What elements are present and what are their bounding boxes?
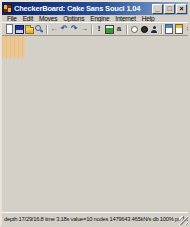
window-controls: _□× bbox=[152, 4, 187, 14]
new-game-button[interactable] bbox=[4, 24, 14, 34]
board bbox=[2, 36, 188, 212]
redo-arrow-icon: ↷ bbox=[71, 24, 78, 34]
toolbar-separator bbox=[126, 25, 127, 34]
take-back-button[interactable]: ↶ bbox=[59, 24, 69, 34]
exclamation-icon: ! bbox=[98, 24, 101, 34]
engine-status-text: depth 17/29/16.8 time 3.18s value=10 nod… bbox=[2, 216, 188, 222]
app-icon[interactable] bbox=[3, 4, 12, 13]
go-to-end-button[interactable]: → bbox=[79, 24, 89, 34]
two-player-button[interactable] bbox=[149, 24, 159, 34]
menu-edit[interactable]: Edit bbox=[20, 15, 36, 22]
toolbar-separator bbox=[46, 25, 47, 34]
play-button[interactable]: ! bbox=[94, 24, 104, 34]
status-bar: depth 17/29/16.8 time 3.18s value=10 nod… bbox=[2, 212, 188, 225]
menu-bar: FileEditMovesOptionsEngineInternetHelp bbox=[2, 15, 188, 22]
toolbar-separator bbox=[91, 25, 92, 34]
play-white-button[interactable] bbox=[129, 24, 139, 34]
find-game-button[interactable] bbox=[34, 24, 44, 34]
menu-internet[interactable]: Internet bbox=[112, 15, 138, 22]
red-x-icon: × bbox=[187, 24, 190, 34]
open-game-button[interactable] bbox=[24, 24, 34, 34]
menu-file[interactable]: File bbox=[4, 15, 20, 22]
menu-help[interactable]: Help bbox=[139, 15, 158, 22]
toolbar: ←↶↷→!a× bbox=[2, 22, 188, 36]
save-game-button[interactable] bbox=[14, 24, 24, 34]
play-black-button[interactable] bbox=[139, 24, 149, 34]
menu-engine[interactable]: Engine bbox=[87, 15, 112, 22]
title-bar: CheckerBoard: Cake Sans Souci 1.04 _□× bbox=[2, 2, 188, 15]
delete-button[interactable]: × bbox=[184, 24, 190, 34]
opening-book-button[interactable] bbox=[164, 24, 174, 34]
checkerboard-window: CheckerBoard: Cake Sans Souci 1.04 _□× F… bbox=[0, 0, 190, 227]
toolbar-separator bbox=[161, 25, 162, 34]
arrow-right-icon: → bbox=[80, 24, 88, 34]
menu-options[interactable]: Options bbox=[60, 15, 87, 22]
undo-arrow-icon: ↶ bbox=[61, 24, 68, 34]
light-square bbox=[2, 36, 25, 58]
minimize-button[interactable]: _ bbox=[152, 4, 163, 14]
window-title: CheckerBoard: Cake Sans Souci 1.04 bbox=[14, 4, 150, 13]
arrow-left-icon: ← bbox=[50, 24, 58, 34]
user-book-button[interactable] bbox=[174, 24, 184, 34]
menu-moves[interactable]: Moves bbox=[36, 15, 60, 22]
maximize-button[interactable]: □ bbox=[164, 4, 175, 14]
close-button[interactable]: × bbox=[176, 4, 187, 14]
engine-match-button[interactable] bbox=[104, 24, 114, 34]
replay-move-button[interactable]: ↷ bbox=[69, 24, 79, 34]
analyze-letter-a-icon: a bbox=[117, 24, 121, 34]
analyze-button[interactable]: a bbox=[114, 24, 124, 34]
resize-grip[interactable] bbox=[179, 216, 188, 225]
go-to-start-button[interactable]: ← bbox=[49, 24, 59, 34]
